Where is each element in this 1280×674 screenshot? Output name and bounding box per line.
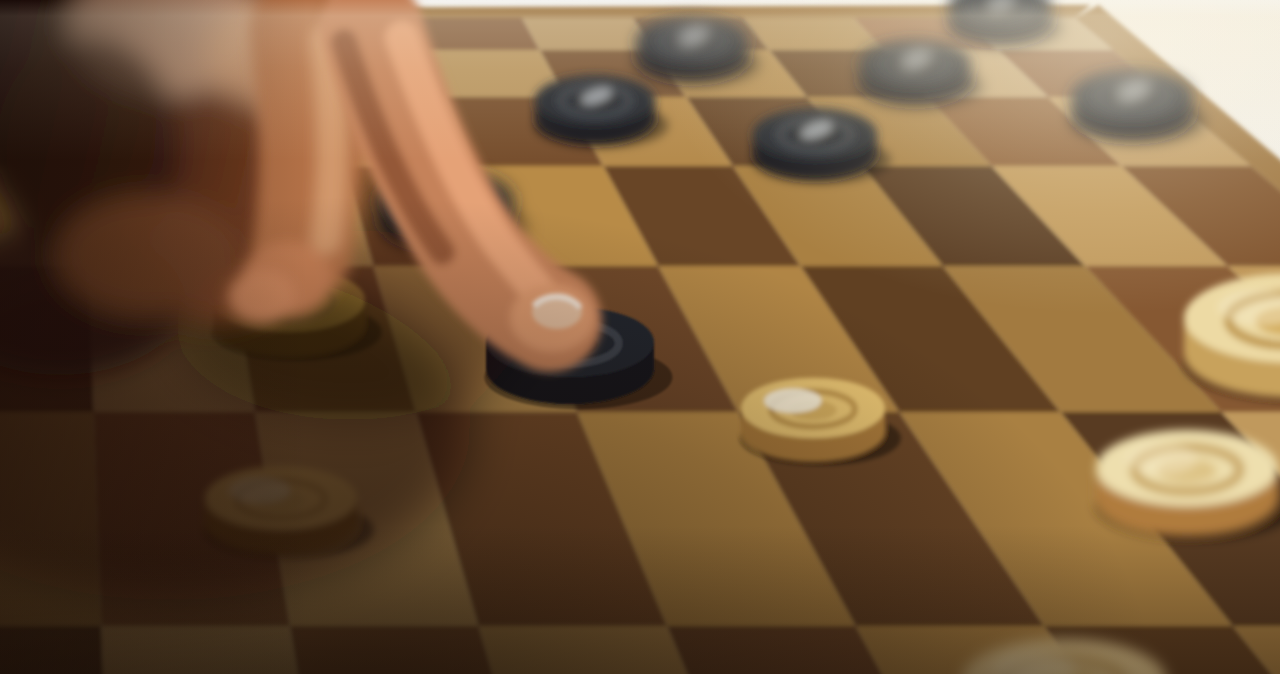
piece-cream-c7-r5[interactable]	[1094, 430, 1280, 541]
square-c5-r0[interactable]	[522, 18, 654, 50]
piece-dark-c8-r0[interactable]	[947, 0, 1063, 48]
checkers-board[interactable]	[0, 0, 1280, 674]
square-c0-r6[interactable]	[0, 626, 112, 674]
photo-stage: Close-up photograph of a hand with exten…	[0, 0, 1280, 674]
fingernail	[532, 295, 582, 329]
